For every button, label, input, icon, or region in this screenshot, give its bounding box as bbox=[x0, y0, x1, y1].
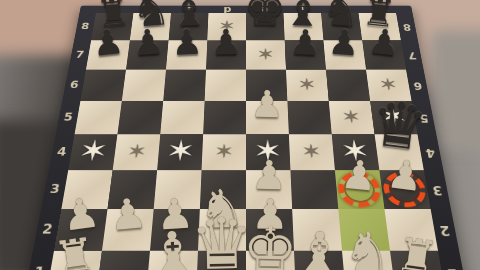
square-d8[interactable]: ✶ bbox=[207, 13, 246, 40]
square-c5[interactable] bbox=[160, 101, 204, 134]
move-target-star-e7: ✶ bbox=[257, 47, 274, 62]
rank-label-left-8: 8 bbox=[80, 22, 89, 30]
square-h4[interactable] bbox=[375, 134, 424, 170]
square-c3[interactable] bbox=[154, 170, 202, 209]
rank-label-left-5: 5 bbox=[63, 112, 74, 122]
square-f7[interactable] bbox=[285, 40, 326, 69]
file-label-a: a bbox=[111, 5, 120, 13]
square-g6[interactable] bbox=[326, 70, 370, 101]
file-label-c: c bbox=[186, 5, 193, 13]
square-d5[interactable] bbox=[203, 101, 246, 134]
square-d2[interactable] bbox=[198, 209, 246, 251]
square-g2[interactable] bbox=[338, 209, 390, 251]
square-a1[interactable] bbox=[46, 251, 102, 270]
chess-board[interactable]: ✶✶✶✶✶✶✶✶✶✶✶✶✶ bbox=[46, 13, 446, 270]
square-a7[interactable] bbox=[86, 40, 130, 69]
square-e6[interactable] bbox=[246, 70, 287, 101]
square-h1[interactable] bbox=[390, 251, 446, 270]
square-f3[interactable] bbox=[290, 170, 338, 209]
square-c1[interactable] bbox=[146, 251, 198, 270]
rank-label-right-1: 1 bbox=[446, 266, 459, 270]
move-target-star-f6: ✶ bbox=[298, 76, 317, 92]
rank-label-right-4: 4 bbox=[425, 147, 436, 158]
move-target-star-b4: ✶ bbox=[126, 142, 147, 161]
move-target-star-h5: ✶ bbox=[377, 103, 409, 130]
rank-label-right-8: 8 bbox=[402, 22, 411, 30]
square-b4[interactable]: ✶ bbox=[113, 134, 161, 170]
move-target-star-f4: ✶ bbox=[301, 142, 321, 161]
square-d6[interactable] bbox=[205, 70, 246, 101]
square-g7[interactable] bbox=[323, 40, 366, 69]
square-f8[interactable] bbox=[284, 13, 324, 40]
square-e3[interactable] bbox=[246, 170, 292, 209]
rank-label-left-6: 6 bbox=[69, 80, 79, 89]
capture-ring-h3 bbox=[381, 172, 428, 208]
square-a8[interactable] bbox=[91, 13, 133, 40]
move-target-star-g4: ✶ bbox=[339, 137, 371, 166]
chess-board-frame: ✶✶✶✶✶✶✶✶✶✶✶✶✶ abcdefgh8765432187654321 bbox=[23, 6, 469, 270]
square-h3[interactable] bbox=[379, 170, 430, 209]
square-e2[interactable] bbox=[246, 209, 294, 251]
file-label-d: d bbox=[223, 5, 231, 13]
capture-ring-g3 bbox=[337, 172, 383, 208]
move-target-star-h6: ✶ bbox=[378, 76, 398, 92]
square-c2[interactable] bbox=[150, 209, 200, 251]
square-b3[interactable] bbox=[108, 170, 158, 209]
rank-label-left-7: 7 bbox=[75, 50, 85, 59]
move-target-star-g5: ✶ bbox=[341, 108, 361, 125]
chess-app-screen: ✶✶✶✶✶✶✶✶✶✶✶✶✶ abcdefgh8765432187654321 ♜… bbox=[0, 0, 480, 270]
square-c6[interactable] bbox=[163, 70, 206, 101]
file-label-f: f bbox=[299, 5, 304, 13]
square-d4[interactable]: ✶ bbox=[202, 134, 246, 170]
square-d7[interactable] bbox=[206, 40, 246, 69]
square-e5[interactable] bbox=[246, 101, 289, 134]
square-f5[interactable] bbox=[287, 101, 331, 134]
square-d1[interactable] bbox=[196, 251, 246, 270]
square-b7[interactable] bbox=[126, 40, 169, 69]
square-f1[interactable] bbox=[294, 251, 346, 270]
square-b5[interactable] bbox=[117, 101, 163, 134]
square-h2[interactable] bbox=[384, 209, 438, 251]
square-e4[interactable]: ✶ bbox=[246, 134, 290, 170]
file-label-e: e bbox=[261, 5, 269, 13]
square-g8[interactable] bbox=[321, 13, 362, 40]
move-target-star-c4: ✶ bbox=[165, 137, 196, 166]
file-label-b: b bbox=[148, 5, 157, 13]
rank-label-right-3: 3 bbox=[431, 183, 443, 195]
square-h5[interactable]: ✶ bbox=[370, 101, 417, 134]
square-g1[interactable] bbox=[342, 251, 396, 270]
rank-label-right-5: 5 bbox=[418, 112, 429, 122]
background-table-edge-right bbox=[430, 30, 480, 150]
square-g3[interactable] bbox=[335, 170, 385, 209]
square-d3[interactable] bbox=[200, 170, 246, 209]
square-b1[interactable] bbox=[96, 251, 150, 270]
square-a6[interactable] bbox=[80, 70, 126, 101]
move-target-star-e4: ✶ bbox=[253, 137, 283, 166]
square-c4[interactable]: ✶ bbox=[157, 134, 203, 170]
square-a3[interactable] bbox=[61, 170, 112, 209]
rank-label-left-3: 3 bbox=[49, 183, 61, 195]
rank-label-left-1: 1 bbox=[33, 266, 46, 270]
square-f2[interactable] bbox=[292, 209, 342, 251]
move-target-star-d8: ✶ bbox=[218, 19, 235, 33]
move-target-star-a4: ✶ bbox=[76, 137, 110, 166]
square-e1[interactable] bbox=[246, 251, 296, 270]
square-b6[interactable] bbox=[122, 70, 166, 101]
square-h7[interactable] bbox=[362, 40, 406, 69]
square-f6[interactable]: ✶ bbox=[286, 70, 329, 101]
rank-label-right-2: 2 bbox=[439, 223, 451, 236]
square-e7[interactable]: ✶ bbox=[246, 40, 286, 69]
rank-label-right-7: 7 bbox=[407, 50, 417, 59]
square-h8[interactable] bbox=[359, 13, 401, 40]
square-c8[interactable] bbox=[169, 13, 209, 40]
rank-label-right-6: 6 bbox=[413, 80, 423, 89]
square-g5[interactable]: ✶ bbox=[329, 101, 375, 134]
rank-label-left-2: 2 bbox=[41, 223, 53, 236]
square-c7[interactable] bbox=[166, 40, 207, 69]
rank-label-left-4: 4 bbox=[56, 147, 67, 158]
square-h6[interactable]: ✶ bbox=[366, 70, 412, 101]
square-a5[interactable] bbox=[75, 101, 122, 134]
square-b8[interactable] bbox=[130, 13, 171, 40]
square-f4[interactable]: ✶ bbox=[289, 134, 335, 170]
move-target-star-d4: ✶ bbox=[214, 142, 233, 161]
square-g4[interactable]: ✶ bbox=[332, 134, 380, 170]
square-b2[interactable] bbox=[102, 209, 154, 251]
square-a4[interactable]: ✶ bbox=[68, 134, 117, 170]
square-e8[interactable] bbox=[246, 13, 285, 40]
file-label-h: h bbox=[372, 5, 381, 13]
file-label-g: g bbox=[335, 5, 344, 13]
square-a2[interactable] bbox=[54, 209, 108, 251]
